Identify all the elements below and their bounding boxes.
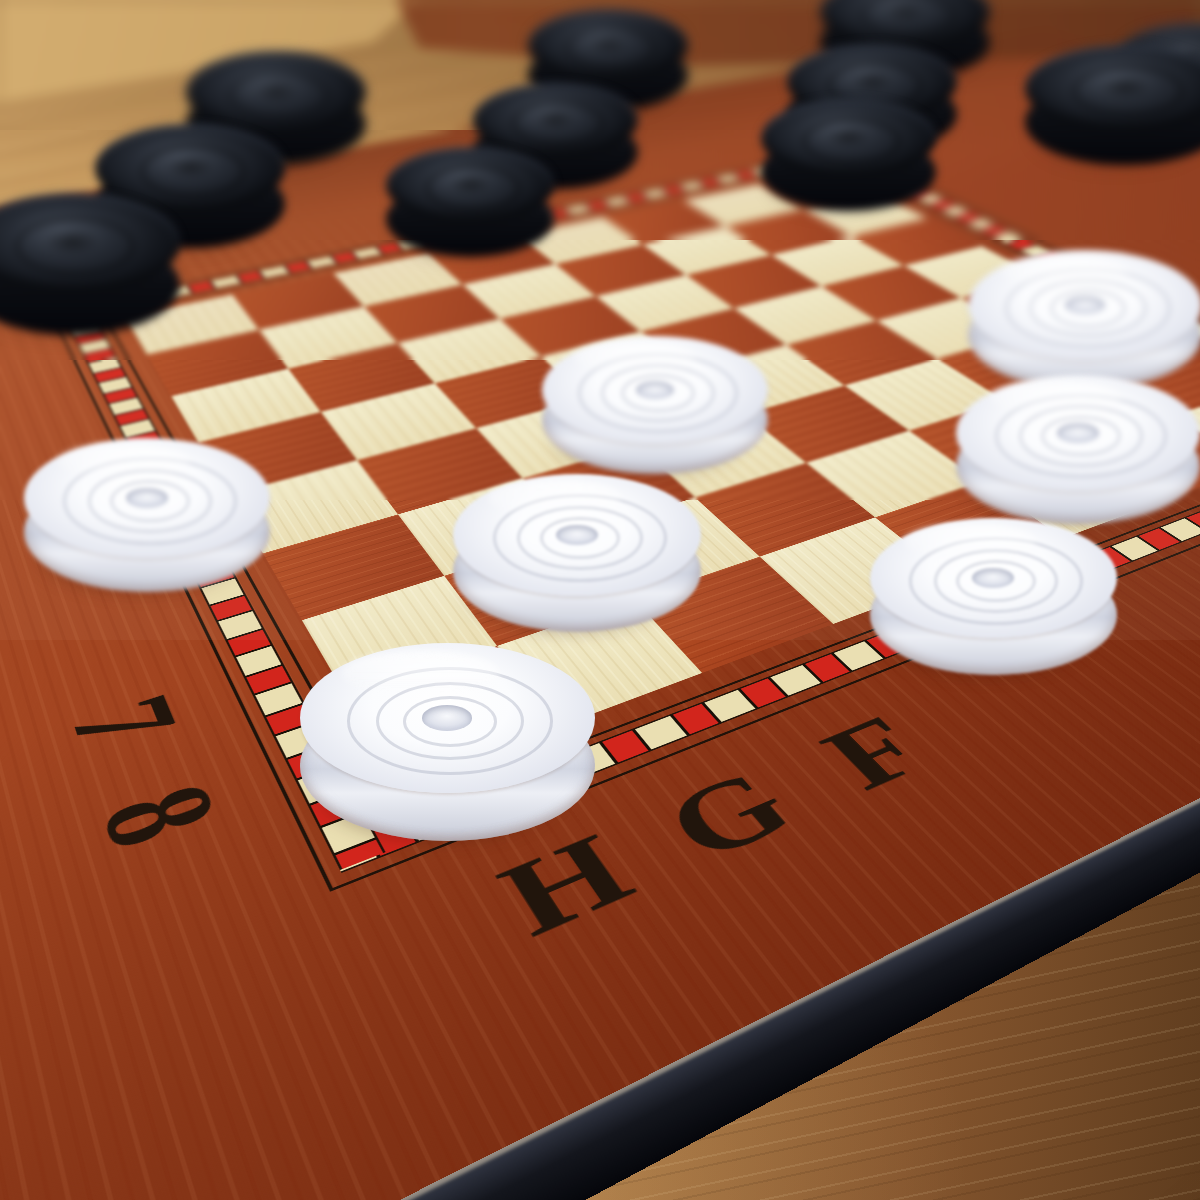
gloss-highlight [488,480,622,517]
gloss-highlight [58,444,191,480]
center-dimple [534,110,577,129]
center-dimple [972,568,1014,588]
gloss-highlight [574,341,696,373]
photo-canvas: 78HGF [0,0,1200,1200]
piece-top-face [761,99,936,177]
center-dimple [448,175,492,195]
piece-top-face [453,474,701,596]
center-dimple [253,81,300,102]
center-dimple [126,488,168,508]
piece-top-face [968,250,1200,360]
center-dimple [850,72,894,92]
piece-top-face [24,438,270,558]
piece-top-face [473,83,638,157]
checker-black-g3[interactable] [386,147,554,295]
piece-top-face [870,518,1117,638]
piece-top-face [300,643,595,793]
checker-black-b2[interactable] [1025,45,1200,208]
piece-top-face [186,51,366,133]
center-dimple [1057,423,1098,443]
center-dimple [1099,77,1151,99]
center-dimple [587,36,629,55]
center-dimple [825,128,871,148]
checker-white-g7[interactable] [300,643,595,916]
center-dimple [165,157,214,180]
gloss-highlight [904,524,1037,560]
gloss-highlight [341,651,500,696]
gloss-highlight [990,381,1122,416]
pieces-layer [0,0,1200,1200]
checker-white-h6[interactable] [24,438,270,652]
center-dimple [44,230,100,256]
gloss-highlight [1001,256,1127,289]
checker-black-h4[interactable] [0,193,180,385]
center-dimple [883,2,927,21]
piece-top-face [528,9,688,81]
piece-top-face [956,375,1200,491]
center-dimple [1065,296,1105,315]
piece-top-face [386,147,554,223]
checker-white-d6[interactable] [870,518,1117,735]
piece-top-face [542,336,768,444]
checker-black-e3[interactable] [761,99,936,250]
center-dimple [422,705,472,731]
